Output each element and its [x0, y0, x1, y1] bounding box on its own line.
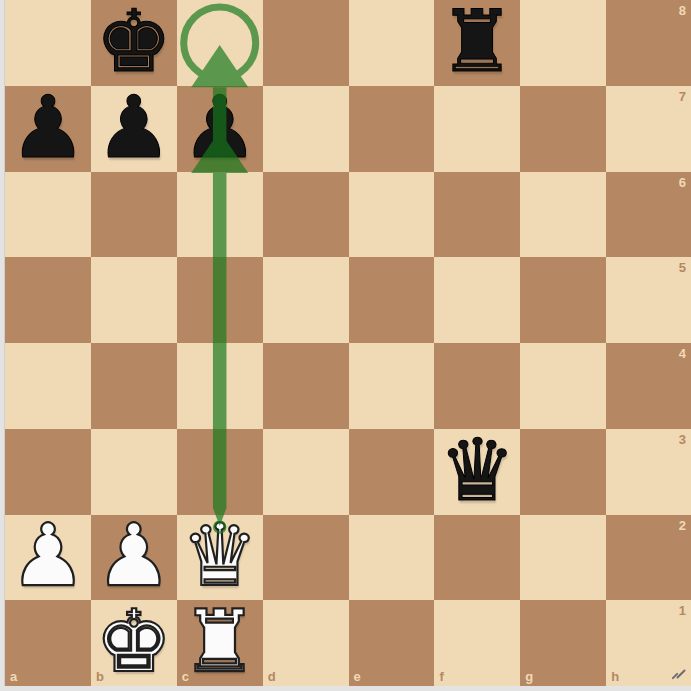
- square-f5[interactable]: [434, 257, 520, 343]
- chess-board[interactable]: ♚♜8♟♟♟7654♛3♟♟♛2ab♚c♜defg1h: [4, 0, 691, 686]
- board-resize-handle[interactable]: [667, 667, 685, 682]
- file-label-d: d: [268, 670, 276, 683]
- file-label-g: g: [525, 670, 533, 683]
- square-e3[interactable]: [349, 429, 435, 515]
- file-label-e: e: [354, 670, 361, 683]
- piece-white-king[interactable]: ♚: [91, 600, 177, 686]
- square-f7[interactable]: [434, 86, 520, 172]
- square-e1[interactable]: e: [349, 600, 435, 686]
- square-a5[interactable]: [5, 257, 91, 343]
- square-b3[interactable]: [91, 429, 177, 515]
- square-h2[interactable]: 2: [606, 515, 691, 601]
- file-label-h: h: [611, 670, 619, 683]
- square-g3[interactable]: [520, 429, 606, 515]
- rank-label-5: 5: [679, 261, 686, 274]
- piece-white-pawn[interactable]: ♟: [91, 515, 177, 601]
- piece-black-pawn[interactable]: ♟: [5, 86, 91, 172]
- square-c7[interactable]: ♟: [177, 86, 263, 172]
- rank-label-2: 2: [679, 519, 686, 532]
- square-a2[interactable]: ♟: [5, 515, 91, 601]
- square-e7[interactable]: [349, 86, 435, 172]
- square-b6[interactable]: [91, 172, 177, 258]
- square-a7[interactable]: ♟: [5, 86, 91, 172]
- square-d3[interactable]: [263, 429, 349, 515]
- square-b4[interactable]: [91, 343, 177, 429]
- square-b1[interactable]: b♚: [91, 600, 177, 686]
- square-d5[interactable]: [263, 257, 349, 343]
- square-f8[interactable]: ♜: [434, 0, 520, 86]
- square-f3[interactable]: ♛: [434, 429, 520, 515]
- square-d6[interactable]: [263, 172, 349, 258]
- square-e6[interactable]: [349, 172, 435, 258]
- file-label-f: f: [439, 670, 443, 683]
- square-f1[interactable]: f: [434, 600, 520, 686]
- square-f4[interactable]: [434, 343, 520, 429]
- square-b2[interactable]: ♟: [91, 515, 177, 601]
- rank-label-4: 4: [679, 347, 686, 360]
- square-g1[interactable]: g: [520, 600, 606, 686]
- square-b5[interactable]: [91, 257, 177, 343]
- file-label-a: a: [10, 670, 17, 683]
- piece-black-queen[interactable]: ♛: [434, 429, 520, 515]
- square-f6[interactable]: [434, 172, 520, 258]
- square-c1[interactable]: c♜: [177, 600, 263, 686]
- square-c3[interactable]: [177, 429, 263, 515]
- square-a3[interactable]: [5, 429, 91, 515]
- rank-label-1: 1: [679, 604, 686, 617]
- square-d2[interactable]: [263, 515, 349, 601]
- square-h8[interactable]: 8: [606, 0, 691, 86]
- rank-label-8: 8: [679, 4, 686, 17]
- piece-black-king[interactable]: ♚: [91, 0, 177, 86]
- square-b7[interactable]: ♟: [91, 86, 177, 172]
- square-a8[interactable]: [5, 0, 91, 86]
- square-g8[interactable]: [520, 0, 606, 86]
- square-e4[interactable]: [349, 343, 435, 429]
- square-a1[interactable]: a: [5, 600, 91, 686]
- rank-label-6: 6: [679, 176, 686, 189]
- piece-black-rook[interactable]: ♜: [434, 0, 520, 86]
- square-h6[interactable]: 6: [606, 172, 691, 258]
- square-h4[interactable]: 4: [606, 343, 691, 429]
- square-c2[interactable]: ♛: [177, 515, 263, 601]
- square-d1[interactable]: d: [263, 600, 349, 686]
- piece-black-pawn[interactable]: ♟: [91, 86, 177, 172]
- square-e8[interactable]: [349, 0, 435, 86]
- square-e2[interactable]: [349, 515, 435, 601]
- piece-white-pawn[interactable]: ♟: [5, 515, 91, 601]
- square-h5[interactable]: 5: [606, 257, 691, 343]
- piece-white-queen[interactable]: ♛: [177, 515, 263, 601]
- square-a6[interactable]: [5, 172, 91, 258]
- rank-label-3: 3: [679, 433, 686, 446]
- square-d8[interactable]: [263, 0, 349, 86]
- square-c4[interactable]: [177, 343, 263, 429]
- square-b8[interactable]: ♚: [91, 0, 177, 86]
- square-g5[interactable]: [520, 257, 606, 343]
- square-h3[interactable]: 3: [606, 429, 691, 515]
- square-c5[interactable]: [177, 257, 263, 343]
- square-f2[interactable]: [434, 515, 520, 601]
- square-g6[interactable]: [520, 172, 606, 258]
- piece-black-pawn[interactable]: ♟: [177, 86, 263, 172]
- rank-label-7: 7: [679, 90, 686, 103]
- square-c6[interactable]: [177, 172, 263, 258]
- page-background: ♚♜8♟♟♟7654♛3♟♟♛2ab♚c♜defg1h: [0, 0, 691, 691]
- square-a4[interactable]: [5, 343, 91, 429]
- piece-white-rook[interactable]: ♜: [177, 600, 263, 686]
- square-h7[interactable]: 7: [606, 86, 691, 172]
- square-e5[interactable]: [349, 257, 435, 343]
- square-c8[interactable]: [177, 0, 263, 86]
- square-d7[interactable]: [263, 86, 349, 172]
- square-d4[interactable]: [263, 343, 349, 429]
- square-g4[interactable]: [520, 343, 606, 429]
- square-g2[interactable]: [520, 515, 606, 601]
- square-g7[interactable]: [520, 86, 606, 172]
